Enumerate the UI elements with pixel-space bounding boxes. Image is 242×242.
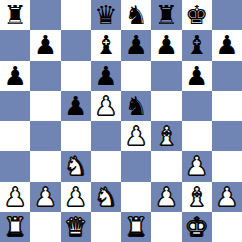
square-f4[interactable]: ♝ — [151, 121, 181, 151]
square-c7[interactable] — [61, 30, 91, 60]
square-f6[interactable] — [151, 61, 181, 91]
square-g3[interactable]: ♟ — [182, 151, 212, 181]
square-g1[interactable]: ♚ — [182, 212, 212, 242]
square-a7[interactable] — [0, 30, 30, 60]
square-d7[interactable]: ♝ — [91, 30, 121, 60]
square-b1[interactable] — [30, 212, 60, 242]
piece-black-knight: ♞ — [124, 2, 147, 28]
square-f7[interactable]: ♟ — [151, 30, 181, 60]
square-d8[interactable]: ♛ — [91, 0, 121, 30]
square-h2[interactable]: ♟ — [212, 182, 242, 212]
piece-black-bishop: ♝ — [94, 32, 117, 58]
piece-white-king: ♚ — [185, 214, 208, 240]
square-b8[interactable] — [30, 0, 60, 30]
piece-white-pawn: ♟ — [185, 153, 208, 179]
square-a5[interactable] — [0, 91, 30, 121]
piece-white-bishop: ♝ — [185, 184, 208, 210]
piece-white-pawn: ♟ — [94, 93, 117, 119]
square-h5[interactable] — [212, 91, 242, 121]
square-f5[interactable] — [151, 91, 181, 121]
piece-black-pawn: ♟ — [94, 63, 117, 89]
piece-black-pawn: ♟ — [64, 93, 87, 119]
square-e7[interactable]: ♟ — [121, 30, 151, 60]
piece-black-knight: ♞ — [124, 93, 147, 119]
square-a1[interactable]: ♜ — [0, 212, 30, 242]
piece-white-rook: ♜ — [124, 214, 147, 240]
square-c5[interactable]: ♟ — [61, 91, 91, 121]
piece-white-knight: ♞ — [64, 153, 87, 179]
square-g6[interactable]: ♟ — [182, 61, 212, 91]
square-b2[interactable]: ♟ — [30, 182, 60, 212]
square-c6[interactable] — [61, 61, 91, 91]
square-c4[interactable] — [61, 121, 91, 151]
square-c1[interactable]: ♛ — [61, 212, 91, 242]
square-e3[interactable] — [121, 151, 151, 181]
square-c8[interactable] — [61, 0, 91, 30]
piece-black-queen: ♛ — [94, 2, 117, 28]
square-h4[interactable] — [212, 121, 242, 151]
piece-white-pawn: ♟ — [64, 184, 87, 210]
piece-black-pawn: ♟ — [155, 32, 178, 58]
square-d1[interactable] — [91, 212, 121, 242]
square-g7[interactable]: ♝ — [182, 30, 212, 60]
piece-black-pawn: ♟ — [124, 32, 147, 58]
square-a6[interactable]: ♟ — [0, 61, 30, 91]
square-h3[interactable] — [212, 151, 242, 181]
square-g5[interactable] — [182, 91, 212, 121]
square-b5[interactable] — [30, 91, 60, 121]
square-g2[interactable]: ♝ — [182, 182, 212, 212]
piece-black-rook: ♜ — [155, 2, 178, 28]
piece-black-pawn: ♟ — [215, 32, 238, 58]
square-b6[interactable] — [30, 61, 60, 91]
square-b7[interactable]: ♟ — [30, 30, 60, 60]
piece-white-bishop: ♝ — [155, 123, 178, 149]
square-h6[interactable] — [212, 61, 242, 91]
piece-white-knight: ♞ — [94, 184, 117, 210]
square-f1[interactable] — [151, 212, 181, 242]
chess-board: ♜♛♞♜♚♟♝♟♟♝♟♟♟♟♟♟♞♟♝♞♟♟♟♟♞♟♝♟♜♛♜♚ — [0, 0, 242, 242]
square-c2[interactable]: ♟ — [61, 182, 91, 212]
piece-white-pawn: ♟ — [3, 184, 26, 210]
piece-black-bishop: ♝ — [185, 32, 208, 58]
square-a8[interactable]: ♜ — [0, 0, 30, 30]
square-a3[interactable] — [0, 151, 30, 181]
square-e2[interactable] — [121, 182, 151, 212]
piece-white-queen: ♛ — [64, 214, 87, 240]
piece-black-pawn: ♟ — [185, 63, 208, 89]
square-b3[interactable] — [30, 151, 60, 181]
square-g4[interactable] — [182, 121, 212, 151]
square-d4[interactable] — [91, 121, 121, 151]
square-b4[interactable] — [30, 121, 60, 151]
piece-white-pawn: ♟ — [34, 184, 57, 210]
piece-white-rook: ♜ — [3, 214, 26, 240]
piece-black-king: ♚ — [185, 2, 208, 28]
piece-white-pawn: ♟ — [215, 184, 238, 210]
square-e8[interactable]: ♞ — [121, 0, 151, 30]
square-a2[interactable]: ♟ — [0, 182, 30, 212]
square-a4[interactable] — [0, 121, 30, 151]
square-f2[interactable]: ♟ — [151, 182, 181, 212]
square-e4[interactable]: ♟ — [121, 121, 151, 151]
piece-white-pawn: ♟ — [124, 123, 147, 149]
square-g8[interactable]: ♚ — [182, 0, 212, 30]
square-f8[interactable]: ♜ — [151, 0, 181, 30]
square-e5[interactable]: ♞ — [121, 91, 151, 121]
square-h1[interactable] — [212, 212, 242, 242]
piece-black-pawn: ♟ — [3, 63, 26, 89]
piece-white-pawn: ♟ — [155, 184, 178, 210]
piece-black-pawn: ♟ — [34, 32, 57, 58]
square-d5[interactable]: ♟ — [91, 91, 121, 121]
square-d2[interactable]: ♞ — [91, 182, 121, 212]
square-d6[interactable]: ♟ — [91, 61, 121, 91]
square-f3[interactable] — [151, 151, 181, 181]
square-e6[interactable] — [121, 61, 151, 91]
square-e1[interactable]: ♜ — [121, 212, 151, 242]
square-h8[interactable] — [212, 0, 242, 30]
square-c3[interactable]: ♞ — [61, 151, 91, 181]
piece-black-rook: ♜ — [3, 2, 26, 28]
square-d3[interactable] — [91, 151, 121, 181]
square-h7[interactable]: ♟ — [212, 30, 242, 60]
